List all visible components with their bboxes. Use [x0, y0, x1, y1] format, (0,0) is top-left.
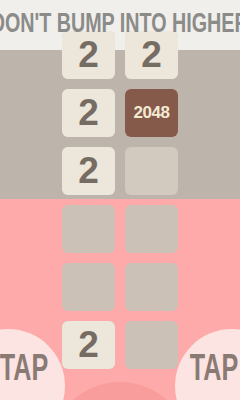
tap-label-left[interactable]: TAP	[0, 347, 60, 389]
bottom-arc-decoration	[50, 382, 190, 400]
game-screen: DON'T BUMP INTO HIGHER 222204822 TAP TAP	[0, 0, 240, 400]
page-title-text: DON'T BUMP INTO HIGHER	[0, 8, 240, 39]
tile-2048: 2048	[125, 89, 178, 137]
tile-2: 2	[62, 321, 115, 369]
tile-2: 2	[62, 147, 115, 195]
page-title: DON'T BUMP INTO HIGHER	[0, 8, 240, 38]
empty-slot	[62, 205, 115, 253]
empty-slot	[125, 205, 178, 253]
empty-slot	[125, 263, 178, 311]
empty-slot	[62, 263, 115, 311]
empty-slot	[125, 147, 178, 195]
empty-slot	[125, 321, 178, 369]
tile-2: 2	[62, 89, 115, 137]
board-tiles-grid: 222204822	[62, 31, 178, 369]
tap-label-right[interactable]: TAP	[178, 347, 240, 389]
